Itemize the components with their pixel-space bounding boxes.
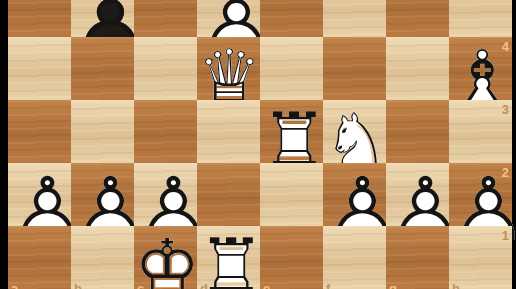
square-f5[interactable] [323,0,386,37]
rank-label-1: 1 [502,229,509,242]
square-f3[interactable]: ♞♘ [323,100,386,163]
square-g1[interactable]: g [386,226,449,289]
square-f4[interactable] [323,37,386,100]
file-label-c: c [137,282,144,289]
white-rook[interactable]: ♜♖ [197,229,260,289]
square-a4[interactable] [8,37,71,100]
square-d5[interactable]: ♟♙ [197,0,260,37]
white-queen[interactable]: ♛♕ [197,40,260,103]
square-d2[interactable] [197,163,260,226]
square-c4[interactable] [134,37,197,100]
file-label-g: g [389,282,397,289]
file-label-f: f [326,282,330,289]
square-c3[interactable] [134,100,197,163]
file-label-d: d [200,282,208,289]
square-g5[interactable] [386,0,449,37]
square-a3[interactable] [8,100,71,163]
square-b4[interactable] [71,37,134,100]
white-pawn[interactable]: ♟♙ [386,166,449,229]
square-f1[interactable]: f [323,226,386,289]
white-pawn[interactable]: ♟♙ [323,166,386,229]
file-label-e: e [263,282,270,289]
square-e5[interactable] [260,0,323,37]
square-d3[interactable] [197,100,260,163]
chess-board[interactable]: ♟♙♟♙♛♕♝♗4♜♖♞♘3♟♙♟♙♟♙♟♙♟♙♟♙2ab♚♔c♜♖defg1h [8,0,512,289]
rank-label-2: 2 [502,166,509,179]
white-king[interactable]: ♚♔ [134,229,197,289]
square-b3[interactable] [71,100,134,163]
square-d1[interactable]: ♜♖d [197,226,260,289]
square-a1[interactable]: a [8,226,71,289]
white-rook-outline: ♖ [197,229,265,289]
square-g4[interactable] [386,37,449,100]
white-pawn[interactable]: ♟♙ [134,166,197,229]
square-a2[interactable]: ♟♙ [8,163,71,226]
square-e1[interactable]: e [260,226,323,289]
white-king-outline: ♔ [134,229,200,289]
square-c2[interactable]: ♟♙ [134,163,197,226]
file-label-b: b [74,282,82,289]
file-label-h: h [452,282,460,289]
rank-label-3: 3 [502,103,509,116]
square-h4[interactable]: ♝♗4 [449,37,512,100]
white-rook[interactable]: ♜♖ [260,103,323,166]
black-pawn[interactable]: ♟♙ [71,0,134,40]
square-g2[interactable]: ♟♙ [386,163,449,226]
square-e2[interactable] [260,163,323,226]
square-b2[interactable]: ♟♙ [71,163,134,226]
white-pawn[interactable]: ♟♙ [71,166,134,229]
file-label-a: a [11,282,18,289]
square-a5[interactable] [8,0,71,37]
video-frame: ♟♙♟♙♛♕♝♗4♜♖♞♘3♟♙♟♙♟♙♟♙♟♙♟♙2ab♚♔c♜♖defg1h [0,0,516,289]
square-g3[interactable] [386,100,449,163]
square-c1[interactable]: ♚♔c [134,226,197,289]
rank-label-4: 4 [502,40,509,53]
square-h3[interactable]: 3 [449,100,512,163]
square-h2[interactable]: ♟♙2 [449,163,512,226]
square-c5[interactable] [134,0,197,37]
square-h1[interactable]: 1h [449,226,512,289]
square-d4[interactable]: ♛♕ [197,37,260,100]
square-b5[interactable]: ♟♙ [71,0,134,37]
square-e3[interactable]: ♜♖ [260,100,323,163]
white-pawn[interactable]: ♟♙ [8,166,71,229]
square-b1[interactable]: b [71,226,134,289]
square-h5[interactable] [449,0,512,37]
white-knight[interactable]: ♞♘ [323,103,386,166]
square-e4[interactable] [260,37,323,100]
square-f2[interactable]: ♟♙ [323,163,386,226]
